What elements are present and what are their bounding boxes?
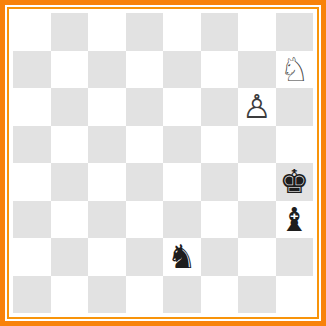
square-f6[interactable] — [201, 88, 239, 126]
square-h2[interactable] — [276, 238, 314, 276]
square-h7[interactable]: ♘ — [276, 51, 314, 89]
square-g3[interactable] — [238, 201, 276, 239]
square-b6[interactable] — [51, 88, 89, 126]
square-f7[interactable] — [201, 51, 239, 89]
square-b1[interactable] — [51, 276, 89, 314]
square-e4[interactable] — [163, 163, 201, 201]
square-b4[interactable] — [51, 163, 89, 201]
square-a1[interactable] — [13, 276, 51, 314]
square-h3[interactable]: ♝ — [276, 201, 314, 239]
square-c3[interactable] — [88, 201, 126, 239]
square-d2[interactable] — [126, 238, 164, 276]
chess-board: ♘♙♚♝♞ — [13, 13, 313, 313]
square-g1[interactable] — [238, 276, 276, 314]
square-e2[interactable]: ♞ — [163, 238, 201, 276]
board-frame-inner-orange-line: ♘♙♚♝♞ — [7, 7, 319, 319]
board-frame-white-line: ♘♙♚♝♞ — [5, 5, 321, 321]
square-c1[interactable] — [88, 276, 126, 314]
square-f1[interactable] — [201, 276, 239, 314]
square-c8[interactable] — [88, 13, 126, 51]
square-g8[interactable] — [238, 13, 276, 51]
square-a8[interactable] — [13, 13, 51, 51]
square-c4[interactable] — [88, 163, 126, 201]
square-h8[interactable] — [276, 13, 314, 51]
square-f5[interactable] — [201, 126, 239, 164]
square-f2[interactable] — [201, 238, 239, 276]
square-g2[interactable] — [238, 238, 276, 276]
square-b2[interactable] — [51, 238, 89, 276]
square-d7[interactable] — [126, 51, 164, 89]
square-e3[interactable] — [163, 201, 201, 239]
square-b7[interactable] — [51, 51, 89, 89]
square-g4[interactable] — [238, 163, 276, 201]
square-a7[interactable] — [13, 51, 51, 89]
square-b5[interactable] — [51, 126, 89, 164]
square-c6[interactable] — [88, 88, 126, 126]
square-b3[interactable] — [51, 201, 89, 239]
square-f8[interactable] — [201, 13, 239, 51]
black-knight-piece[interactable]: ♞ — [167, 238, 197, 276]
square-h1[interactable] — [276, 276, 314, 314]
square-c2[interactable] — [88, 238, 126, 276]
square-e5[interactable] — [163, 126, 201, 164]
board-outer-frame: ♘♙♚♝♞ — [0, 0, 326, 326]
square-h4[interactable]: ♚ — [276, 163, 314, 201]
square-g5[interactable] — [238, 126, 276, 164]
square-c7[interactable] — [88, 51, 126, 89]
square-e8[interactable] — [163, 13, 201, 51]
square-a2[interactable] — [13, 238, 51, 276]
square-a4[interactable] — [13, 163, 51, 201]
white-knight-piece[interactable]: ♘ — [279, 51, 309, 89]
square-d8[interactable] — [126, 13, 164, 51]
square-g6[interactable]: ♙ — [238, 88, 276, 126]
square-d4[interactable] — [126, 163, 164, 201]
square-d6[interactable] — [126, 88, 164, 126]
square-a6[interactable] — [13, 88, 51, 126]
square-c5[interactable] — [88, 126, 126, 164]
board-frame-margin: ♘♙♚♝♞ — [9, 9, 317, 317]
square-h6[interactable] — [276, 88, 314, 126]
white-pawn-piece[interactable]: ♙ — [242, 88, 272, 126]
square-a3[interactable] — [13, 201, 51, 239]
black-king-piece[interactable]: ♚ — [279, 163, 309, 201]
square-d3[interactable] — [126, 201, 164, 239]
square-f4[interactable] — [201, 163, 239, 201]
black-bishop-piece[interactable]: ♝ — [279, 201, 309, 239]
square-g7[interactable] — [238, 51, 276, 89]
square-d1[interactable] — [126, 276, 164, 314]
square-a5[interactable] — [13, 126, 51, 164]
square-f3[interactable] — [201, 201, 239, 239]
square-e7[interactable] — [163, 51, 201, 89]
square-h5[interactable] — [276, 126, 314, 164]
square-e1[interactable] — [163, 276, 201, 314]
square-e6[interactable] — [163, 88, 201, 126]
square-d5[interactable] — [126, 126, 164, 164]
square-b8[interactable] — [51, 13, 89, 51]
